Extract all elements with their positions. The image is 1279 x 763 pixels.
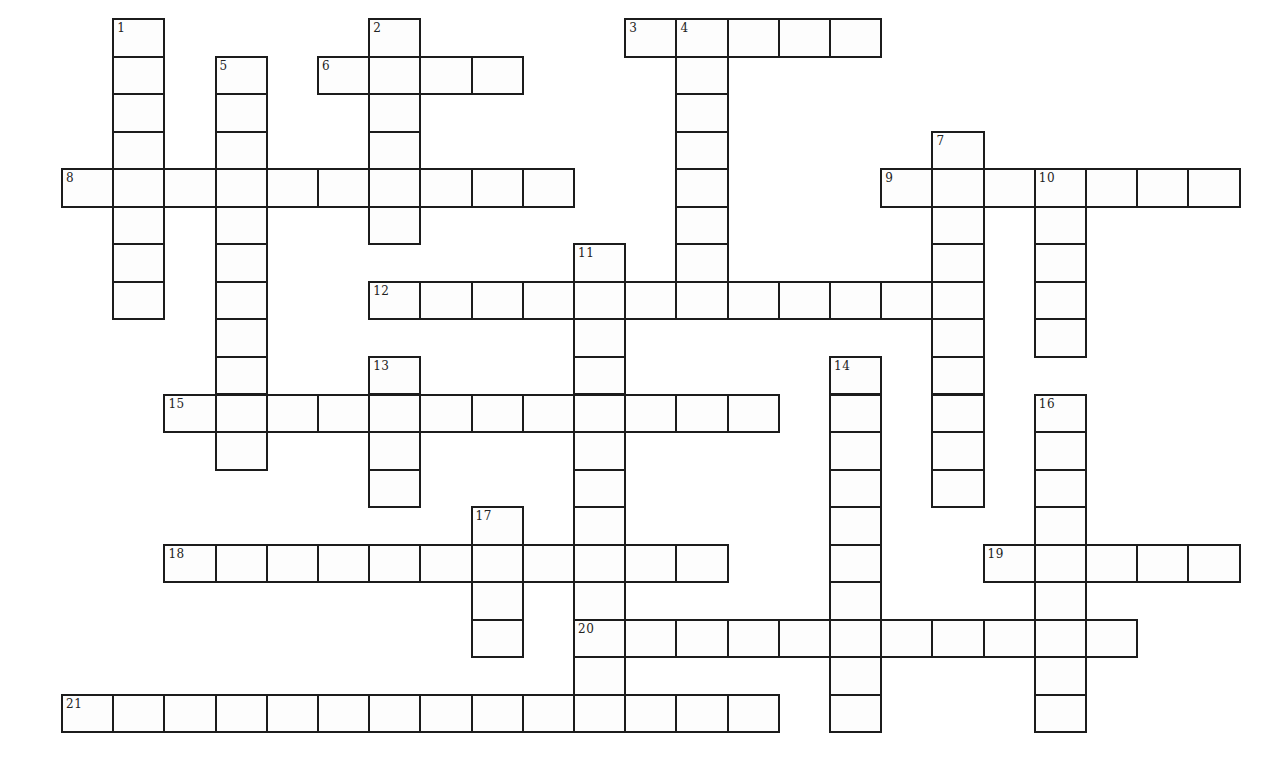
clue-number-15: 15: [168, 397, 184, 411]
grid-cell-r18c7[interactable]: [419, 694, 472, 734]
grid-cell-r0c1[interactable]: 1: [112, 18, 165, 58]
grid-cell-r16c20[interactable]: [1085, 619, 1138, 659]
grid-cell-r11c19[interactable]: [1034, 431, 1087, 471]
grid-cell-r15c10[interactable]: [573, 581, 626, 621]
grid-cell-r18c5[interactable]: [317, 694, 370, 734]
grid-cell-r4c17[interactable]: [931, 168, 984, 208]
grid-cell-r14c9[interactable]: [522, 544, 575, 584]
grid-cell-r16c14[interactable]: [778, 619, 831, 659]
grid-cell-r10c5[interactable]: [317, 394, 370, 434]
grid-cell-r16c10[interactable]: 20: [573, 619, 626, 659]
clue-number-1: 1: [117, 21, 125, 35]
grid-cell-r4c8[interactable]: [471, 168, 524, 208]
grid-cell-r2c6[interactable]: [368, 93, 421, 133]
grid-cell-r4c22[interactable]: [1187, 168, 1240, 208]
grid-cell-r18c2[interactable]: [163, 694, 216, 734]
grid-cell-r10c15[interactable]: [829, 394, 882, 434]
grid-cell-r7c3[interactable]: [215, 281, 268, 321]
grid-cell-r16c16[interactable]: [880, 619, 933, 659]
grid-cell-r7c9[interactable]: [522, 281, 575, 321]
clue-number-3: 3: [629, 21, 637, 35]
grid-cell-r14c5[interactable]: [317, 544, 370, 584]
grid-cell-r5c3[interactable]: [215, 206, 268, 246]
grid-cell-r1c3[interactable]: 5: [215, 56, 268, 96]
clue-number-17: 17: [476, 509, 492, 523]
grid-cell-r0c11[interactable]: 3: [624, 18, 677, 58]
grid-cell-r10c6[interactable]: [368, 394, 421, 434]
grid-cell-r1c8[interactable]: [471, 56, 524, 96]
grid-cell-r11c3[interactable]: [215, 431, 268, 471]
clue-number-8: 8: [66, 171, 74, 185]
grid-cell-r0c14[interactable]: [778, 18, 831, 58]
grid-cell-r14c3[interactable]: [215, 544, 268, 584]
grid-cell-r10c12[interactable]: [675, 394, 728, 434]
clue-number-2: 2: [373, 21, 381, 35]
grid-cell-r14c2[interactable]: 18: [163, 544, 216, 584]
grid-cell-r8c19[interactable]: [1034, 318, 1087, 358]
grid-cell-r1c12[interactable]: [675, 56, 728, 96]
grid-cell-r3c1[interactable]: [112, 131, 165, 171]
grid-cell-r9c15[interactable]: 14: [829, 356, 882, 396]
grid-cell-r0c12[interactable]: 4: [675, 18, 728, 58]
clue-number-7: 7: [936, 134, 944, 148]
grid-cell-r14c19[interactable]: [1034, 544, 1087, 584]
clue-number-5: 5: [220, 59, 228, 73]
grid-cell-r14c22[interactable]: [1187, 544, 1240, 584]
grid-cell-r13c10[interactable]: [573, 506, 626, 546]
clue-number-19: 19: [988, 547, 1004, 561]
grid-cell-r4c5[interactable]: [317, 168, 370, 208]
grid-cell-r14c7[interactable]: [419, 544, 472, 584]
grid-cell-r4c21[interactable]: [1136, 168, 1189, 208]
grid-cell-r9c6[interactable]: 13: [368, 356, 421, 396]
grid-cell-r4c19[interactable]: 10: [1034, 168, 1087, 208]
clue-number-20: 20: [578, 622, 594, 636]
grid-cell-r4c16[interactable]: 9: [880, 168, 933, 208]
grid-cell-r7c11[interactable]: [624, 281, 677, 321]
grid-cell-r18c8[interactable]: [471, 694, 524, 734]
grid-cell-r3c3[interactable]: [215, 131, 268, 171]
clue-number-18: 18: [168, 547, 184, 561]
grid-cell-r4c6[interactable]: [368, 168, 421, 208]
grid-cell-r3c17[interactable]: 7: [931, 131, 984, 171]
grid-cell-r10c11[interactable]: [624, 394, 677, 434]
grid-cell-r6c19[interactable]: [1034, 243, 1087, 283]
clue-number-21: 21: [66, 697, 82, 711]
grid-cell-r2c12[interactable]: [675, 93, 728, 133]
grid-cell-r13c15[interactable]: [829, 506, 882, 546]
grid-cell-r16c13[interactable]: [727, 619, 780, 659]
grid-cell-r10c17[interactable]: [931, 394, 984, 434]
grid-cell-r11c10[interactable]: [573, 431, 626, 471]
grid-cell-r4c12[interactable]: [675, 168, 728, 208]
grid-cell-r7c12[interactable]: [675, 281, 728, 321]
grid-cell-r7c17[interactable]: [931, 281, 984, 321]
grid-cell-r1c7[interactable]: [419, 56, 472, 96]
grid-cell-r11c15[interactable]: [829, 431, 882, 471]
grid-cell-r4c7[interactable]: [419, 168, 472, 208]
grid-cell-r6c12[interactable]: [675, 243, 728, 283]
grid-cell-r1c6[interactable]: [368, 56, 421, 96]
grid-cell-r6c3[interactable]: [215, 243, 268, 283]
grid-cell-r8c17[interactable]: [931, 318, 984, 358]
grid-cell-r14c8[interactable]: [471, 544, 524, 584]
grid-cell-r9c10[interactable]: [573, 356, 626, 396]
grid-cell-r8c10[interactable]: [573, 318, 626, 358]
grid-cell-r16c18[interactable]: [983, 619, 1036, 659]
grid-cell-r18c13[interactable]: [727, 694, 780, 734]
grid-cell-r10c13[interactable]: [727, 394, 780, 434]
clue-number-4: 4: [680, 21, 688, 35]
grid-cell-r10c3[interactable]: [215, 394, 268, 434]
grid-cell-r7c15[interactable]: [829, 281, 882, 321]
grid-cell-r16c15[interactable]: [829, 619, 882, 659]
grid-cell-r14c10[interactable]: [573, 544, 626, 584]
grid-cell-r5c17[interactable]: [931, 206, 984, 246]
grid-cell-r10c9[interactable]: [522, 394, 575, 434]
grid-cell-r10c8[interactable]: [471, 394, 524, 434]
grid-cell-r4c20[interactable]: [1085, 168, 1138, 208]
grid-cell-r14c11[interactable]: [624, 544, 677, 584]
grid-cell-r18c10[interactable]: [573, 694, 626, 734]
grid-cell-r13c8[interactable]: 17: [471, 506, 524, 546]
grid-cell-r18c6[interactable]: [368, 694, 421, 734]
grid-cell-r7c7[interactable]: [419, 281, 472, 321]
grid-cell-r7c16[interactable]: [880, 281, 933, 321]
grid-cell-r7c19[interactable]: [1034, 281, 1087, 321]
grid-cell-r4c2[interactable]: [163, 168, 216, 208]
grid-cell-r18c12[interactable]: [675, 694, 728, 734]
grid-cell-r5c6[interactable]: [368, 206, 421, 246]
grid-cell-r14c4[interactable]: [266, 544, 319, 584]
grid-cell-r18c11[interactable]: [624, 694, 677, 734]
grid-cell-r4c4[interactable]: [266, 168, 319, 208]
grid-cell-r0c6[interactable]: 2: [368, 18, 421, 58]
grid-cell-r1c1[interactable]: [112, 56, 165, 96]
clue-number-10: 10: [1039, 171, 1055, 185]
grid-cell-r18c15[interactable]: [829, 694, 882, 734]
grid-cell-r4c18[interactable]: [983, 168, 1036, 208]
grid-cell-r12c10[interactable]: [573, 469, 626, 509]
grid-cell-r7c1[interactable]: [112, 281, 165, 321]
grid-cell-r1c5[interactable]: 6: [317, 56, 370, 96]
grid-cell-r18c1[interactable]: [112, 694, 165, 734]
grid-cell-r2c3[interactable]: [215, 93, 268, 133]
grid-cell-r14c21[interactable]: [1136, 544, 1189, 584]
grid-cell-r7c10[interactable]: [573, 281, 626, 321]
grid-cell-r9c17[interactable]: [931, 356, 984, 396]
clue-number-9: 9: [885, 171, 893, 185]
grid-cell-r13c19[interactable]: [1034, 506, 1087, 546]
grid-cell-r16c17[interactable]: [931, 619, 984, 659]
clue-number-11: 11: [578, 246, 594, 260]
grid-cell-r3c6[interactable]: [368, 131, 421, 171]
grid-cell-r16c11[interactable]: [624, 619, 677, 659]
grid-cell-r11c6[interactable]: [368, 431, 421, 471]
grid-cell-r7c13[interactable]: [727, 281, 780, 321]
grid-cell-r17c10[interactable]: [573, 656, 626, 696]
grid-cell-r6c17[interactable]: [931, 243, 984, 283]
grid-cell-r18c3[interactable]: [215, 694, 268, 734]
grid-cell-r5c12[interactable]: [675, 206, 728, 246]
grid-cell-r4c3[interactable]: [215, 168, 268, 208]
grid-cell-r5c1[interactable]: [112, 206, 165, 246]
grid-cell-r12c17[interactable]: [931, 469, 984, 509]
grid-cell-r0c15[interactable]: [829, 18, 882, 58]
grid-cell-r7c14[interactable]: [778, 281, 831, 321]
grid-cell-r10c2[interactable]: 15: [163, 394, 216, 434]
grid-cell-r17c15[interactable]: [829, 656, 882, 696]
grid-cell-r14c12[interactable]: [675, 544, 728, 584]
grid-cell-r5c19[interactable]: [1034, 206, 1087, 246]
grid-cell-r14c15[interactable]: [829, 544, 882, 584]
grid-cell-r16c19[interactable]: [1034, 619, 1087, 659]
clue-number-14: 14: [834, 359, 850, 373]
grid-cell-r7c6[interactable]: 12: [368, 281, 421, 321]
grid-cell-r6c10[interactable]: 11: [573, 243, 626, 283]
grid-cell-r12c6[interactable]: [368, 469, 421, 509]
crossword-grid: 123456789101112131415161718192021: [0, 0, 1279, 763]
grid-cell-r15c19[interactable]: [1034, 581, 1087, 621]
grid-cell-r12c19[interactable]: [1034, 469, 1087, 509]
clue-number-6: 6: [322, 59, 330, 73]
grid-cell-r17c19[interactable]: [1034, 656, 1087, 696]
clue-number-13: 13: [373, 359, 389, 373]
grid-cell-r0c13[interactable]: [727, 18, 780, 58]
grid-cell-r11c17[interactable]: [931, 431, 984, 471]
grid-cell-r14c18[interactable]: 19: [983, 544, 1036, 584]
grid-cell-r10c4[interactable]: [266, 394, 319, 434]
grid-cell-r15c8[interactable]: [471, 581, 524, 621]
grid-cell-r4c9[interactable]: [522, 168, 575, 208]
grid-cell-r14c20[interactable]: [1085, 544, 1138, 584]
grid-cell-r14c6[interactable]: [368, 544, 421, 584]
grid-cell-r18c19[interactable]: [1034, 694, 1087, 734]
grid-cell-r7c8[interactable]: [471, 281, 524, 321]
grid-cell-r16c12[interactable]: [675, 619, 728, 659]
grid-cell-r3c12[interactable]: [675, 131, 728, 171]
grid-cell-r18c0[interactable]: 21: [61, 694, 114, 734]
grid-cell-r10c19[interactable]: 16: [1034, 394, 1087, 434]
clue-number-16: 16: [1039, 397, 1055, 411]
grid-cell-r9c3[interactable]: [215, 356, 268, 396]
grid-cell-r4c0[interactable]: 8: [61, 168, 114, 208]
grid-cell-r8c3[interactable]: [215, 318, 268, 358]
grid-cell-r10c7[interactable]: [419, 394, 472, 434]
grid-cell-r10c10[interactable]: [573, 394, 626, 434]
grid-cell-r6c1[interactable]: [112, 243, 165, 283]
grid-cell-r18c4[interactable]: [266, 694, 319, 734]
grid-cell-r4c1[interactable]: [112, 168, 165, 208]
grid-cell-r18c9[interactable]: [522, 694, 575, 734]
grid-cell-r12c15[interactable]: [829, 469, 882, 509]
grid-cell-r16c8[interactable]: [471, 619, 524, 659]
clue-number-12: 12: [373, 284, 389, 298]
grid-cell-r15c15[interactable]: [829, 581, 882, 621]
grid-cell-r2c1[interactable]: [112, 93, 165, 133]
